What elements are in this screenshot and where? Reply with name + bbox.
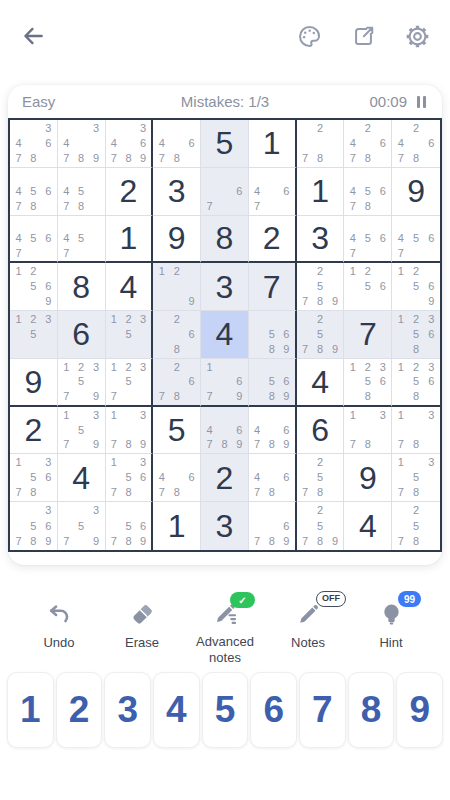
erase-button[interactable]: Erase <box>101 588 183 666</box>
cell-value: 9 <box>407 175 425 207</box>
cell-r7c8[interactable]: 1378 <box>344 407 392 455</box>
cell-r4c8[interactable]: 1256 <box>344 263 392 311</box>
cell-r1c7[interactable]: 278 <box>297 120 345 168</box>
cell-r8c5[interactable]: 2 <box>201 454 249 502</box>
eraser-icon <box>129 601 156 628</box>
pencil-notes: 45678 <box>345 169 390 214</box>
back-button[interactable] <box>16 19 50 53</box>
hint-label: Hint <box>379 635 402 651</box>
pencil-notes: 3579 <box>59 503 104 549</box>
pencil-notes: 4567 <box>393 217 439 261</box>
cell-r2c5[interactable]: 67 <box>201 168 249 216</box>
pencil-notes: 46789 <box>250 408 294 453</box>
pencil-notes: 4678 <box>250 455 294 500</box>
cell-r3c6[interactable]: 2 <box>249 216 297 264</box>
cell-r8c8[interactable]: 9 <box>344 454 392 502</box>
cell-value: 7 <box>263 271 281 303</box>
cell-r6c3[interactable]: 12357 <box>106 359 154 407</box>
pencil-notes: 1378 <box>393 408 439 453</box>
pencil-notes: 4578 <box>59 169 104 214</box>
pencil-notes: 12357 <box>107 360 151 404</box>
cell-r8c3[interactable]: 135678 <box>106 454 154 502</box>
share-button[interactable] <box>346 19 380 53</box>
cell-r4c1[interactable]: 12569 <box>10 263 58 311</box>
cell-value: 8 <box>72 271 90 303</box>
cell-r9c9[interactable]: 2578 <box>392 502 440 550</box>
pause-button[interactable] <box>415 94 428 110</box>
cell-r5c6[interactable]: 5689 <box>249 311 297 359</box>
cell-r1c1[interactable]: 34678 <box>10 120 58 168</box>
cell-value: 9 <box>24 366 42 398</box>
pencil-notes: 34789 <box>59 121 104 166</box>
cell-r9c5[interactable]: 3 <box>201 502 249 550</box>
pencil-notes: 123568 <box>345 360 390 404</box>
cell-r6c9[interactable]: 123568 <box>392 359 440 407</box>
pencil-notes: 5689 <box>250 360 294 404</box>
advanced-notes-button[interactable]: ✓ Advanced notes <box>184 588 266 666</box>
pencil-notes: 1235 <box>107 312 151 357</box>
pencil-notes: 24678 <box>393 121 439 166</box>
pencil-notes: 135678 <box>107 455 151 500</box>
cell-value: 2 <box>263 222 281 254</box>
toolbar: Undo Erase ✓ Advanced notes <box>0 588 450 666</box>
cell-value: 8 <box>216 222 234 254</box>
cell-r8c7[interactable]: 2578 <box>297 454 345 502</box>
pencil-notes: 1235 <box>11 312 56 357</box>
notes-button[interactable]: OFF Notes <box>267 588 349 666</box>
cell-value: 6 <box>311 414 329 446</box>
cell-r5c9[interactable]: 123568 <box>392 311 440 359</box>
cell-r7c1[interactable]: 2 <box>10 407 58 455</box>
cell-r6c4[interactable]: 2678 <box>153 359 201 407</box>
cell-r2c3[interactable]: 2 <box>106 168 154 216</box>
cell-value: 1 <box>263 127 281 159</box>
pencil-notes: 12569 <box>11 264 56 309</box>
cell-r7c3[interactable]: 13789 <box>106 407 154 455</box>
cell-r9c2[interactable]: 3579 <box>58 502 106 550</box>
pencil-notes: 45678 <box>11 169 56 214</box>
cell-r6c2[interactable]: 123579 <box>58 359 106 407</box>
cell-r5c8[interactable]: 7 <box>344 311 392 359</box>
undo-button[interactable]: Undo <box>18 588 100 666</box>
pencil-notes: 123568 <box>393 360 439 404</box>
cell-value: 3 <box>168 175 186 207</box>
cell-r8c1[interactable]: 135678 <box>10 454 58 502</box>
pencil-notes: 457 <box>59 217 104 261</box>
timer-label: 00:09 <box>369 93 407 110</box>
pencil-notes: 123579 <box>59 360 104 404</box>
cell-r4c3[interactable]: 4 <box>106 263 154 311</box>
cell-value: 5 <box>168 414 186 446</box>
notes-off-badge: OFF <box>316 591 346 607</box>
numpad-3[interactable]: 3 <box>104 672 151 748</box>
cell-r6c7[interactable]: 4 <box>297 359 345 407</box>
settings-button[interactable] <box>400 19 434 53</box>
cell-value: 4 <box>311 366 329 398</box>
cell-value: 5 <box>216 127 234 159</box>
cell-r3c3[interactable]: 1 <box>106 216 154 264</box>
cell-r6c8[interactable]: 123568 <box>344 359 392 407</box>
cell-r7c2[interactable]: 13579 <box>58 407 106 455</box>
cell-r1c3[interactable]: 346789 <box>106 120 154 168</box>
cell-r4c5[interactable]: 3 <box>201 263 249 311</box>
cell-r4c2[interactable]: 8 <box>58 263 106 311</box>
cell-r5c1[interactable]: 1235 <box>10 311 58 359</box>
cell-value: 7 <box>359 318 377 350</box>
cell-r8c4[interactable]: 4678 <box>153 454 201 502</box>
pencil-notes: 467 <box>250 169 294 214</box>
cell-value: 1 <box>168 510 186 542</box>
numpad-2[interactable]: 2 <box>56 672 103 748</box>
cell-r8c2[interactable]: 4 <box>58 454 106 502</box>
cell-r6c5[interactable]: 1679 <box>201 359 249 407</box>
number-pad: 123456789 <box>0 672 450 748</box>
sudoku-grid: 3467834789346789467851278246782467845678… <box>8 118 442 552</box>
share-icon <box>350 23 377 50</box>
palette-icon <box>296 23 323 50</box>
cell-r1c2[interactable]: 34789 <box>58 120 106 168</box>
numpad-5[interactable]: 5 <box>202 672 249 748</box>
cell-r2c4[interactable]: 3 <box>153 168 201 216</box>
cell-r9c7[interactable]: 25789 <box>297 502 345 550</box>
pencil-notes: 2578 <box>298 455 343 500</box>
pencil-notes: 135678 <box>11 455 56 500</box>
cell-value: 4 <box>72 462 90 494</box>
pencil-notes: 278 <box>298 121 343 166</box>
pencil-notes: 4567 <box>11 217 56 261</box>
cell-r1c4[interactable]: 4678 <box>153 120 201 168</box>
cell-r9c8[interactable]: 4 <box>344 502 392 550</box>
pencil-notes: 129 <box>154 264 199 309</box>
back-arrow-icon <box>20 23 46 49</box>
pencil-notes: 12569 <box>393 264 439 309</box>
undo-label: Undo <box>43 635 74 651</box>
cell-r9c4[interactable]: 1 <box>153 502 201 550</box>
cell-value: 3 <box>311 222 329 254</box>
cell-value: 2 <box>24 414 42 446</box>
numpad-1[interactable]: 1 <box>7 672 54 748</box>
cell-r8c6[interactable]: 4678 <box>249 454 297 502</box>
pencil-notes: 4678 <box>154 121 199 166</box>
pencil-notes: 13579 <box>59 408 104 453</box>
cell-r3c9[interactable]: 4567 <box>392 216 440 264</box>
cell-r7c5[interactable]: 46789 <box>201 407 249 455</box>
advanced-notes-on-badge: ✓ <box>230 592 255 608</box>
pencil-notes: 25789 <box>298 312 343 357</box>
cell-value: 9 <box>168 222 186 254</box>
cell-r6c1[interactable]: 9 <box>10 359 58 407</box>
cell-value: 1 <box>120 222 138 254</box>
cell-r4c9[interactable]: 12569 <box>392 263 440 311</box>
hint-button[interactable]: 99 Hint <box>350 588 432 666</box>
pencil-notes: 46789 <box>202 408 247 453</box>
cell-r5c5[interactable]: 4 <box>201 311 249 359</box>
pencil-notes: 13578 <box>393 455 439 500</box>
numpad-8[interactable]: 8 <box>348 672 395 748</box>
cell-r8c9[interactable]: 13578 <box>392 454 440 502</box>
cell-value: 2 <box>120 175 138 207</box>
pencil-notes: 1679 <box>202 360 247 404</box>
pencil-notes: 56789 <box>107 503 151 549</box>
status-bar: Easy Mistakes: 1/3 00:09 <box>8 85 442 118</box>
pencil-notes: 1256 <box>345 264 390 309</box>
cell-r4c4[interactable]: 129 <box>153 263 201 311</box>
cell-r1c5[interactable]: 5 <box>201 120 249 168</box>
cell-r9c1[interactable]: 356789 <box>10 502 58 550</box>
undo-icon <box>46 601 73 628</box>
cell-r2c1[interactable]: 45678 <box>10 168 58 216</box>
numpad-9[interactable]: 9 <box>396 672 443 748</box>
cell-r5c4[interactable]: 268 <box>153 311 201 359</box>
cell-r5c2[interactable]: 6 <box>58 311 106 359</box>
numpad-7[interactable]: 7 <box>299 672 346 748</box>
cell-r2c9[interactable]: 9 <box>392 168 440 216</box>
cell-value: 4 <box>216 318 234 350</box>
cell-value: 4 <box>359 510 377 542</box>
cell-r3c5[interactable]: 8 <box>201 216 249 264</box>
cell-r7c4[interactable]: 5 <box>153 407 201 455</box>
cell-r4c6[interactable]: 7 <box>249 263 297 311</box>
cell-r1c8[interactable]: 24678 <box>344 120 392 168</box>
cell-value: 3 <box>216 271 234 303</box>
cell-r1c6[interactable]: 1 <box>249 120 297 168</box>
hint-count-badge: 99 <box>398 591 421 607</box>
pencil-notes: 2578 <box>393 503 439 549</box>
cell-r3c1[interactable]: 4567 <box>10 216 58 264</box>
cell-r3c8[interactable]: 4567 <box>344 216 392 264</box>
board-card: Easy Mistakes: 1/3 00:09 346783478934678… <box>8 85 442 565</box>
pencil-notes: 4678 <box>154 455 199 500</box>
cell-value: 4 <box>120 271 138 303</box>
pencil-notes: 356789 <box>11 503 56 549</box>
cell-value: 6 <box>72 318 90 350</box>
cell-r2c2[interactable]: 4578 <box>58 168 106 216</box>
cell-r2c7[interactable]: 1 <box>297 168 345 216</box>
numpad-6[interactable]: 6 <box>250 672 297 748</box>
cell-r7c9[interactable]: 1378 <box>392 407 440 455</box>
mistakes-label: Mistakes: 1/3 <box>142 93 308 110</box>
numpad-4[interactable]: 4 <box>153 672 200 748</box>
cell-value: 9 <box>359 462 377 494</box>
cell-r7c6[interactable]: 46789 <box>249 407 297 455</box>
pencil-notes: 346789 <box>107 121 151 166</box>
top-bar <box>0 0 450 72</box>
cell-r4c7[interactable]: 25789 <box>297 263 345 311</box>
pencil-notes: 34678 <box>11 121 56 166</box>
cell-r5c3[interactable]: 1235 <box>106 311 154 359</box>
cell-r3c4[interactable]: 9 <box>153 216 201 264</box>
pencil-notes: 268 <box>154 312 199 357</box>
cell-r2c6[interactable]: 467 <box>249 168 297 216</box>
difficulty-label: Easy <box>22 93 142 110</box>
cell-value: 1 <box>311 175 329 207</box>
cell-r3c2[interactable]: 457 <box>58 216 106 264</box>
cell-value: 2 <box>216 462 234 494</box>
pencil-notes: 2678 <box>154 360 199 404</box>
pencil-notes: 6789 <box>250 503 294 549</box>
notes-label: Notes <box>291 635 325 651</box>
pencil-notes: 1378 <box>345 408 390 453</box>
cell-r9c3[interactable]: 56789 <box>106 502 154 550</box>
pencil-notes: 5689 <box>250 312 294 357</box>
pencil-notes: 24678 <box>345 121 390 166</box>
cell-r3c7[interactable]: 3 <box>297 216 345 264</box>
cell-r9c6[interactable]: 6789 <box>249 502 297 550</box>
pencil-notes: 25789 <box>298 503 343 549</box>
cell-r2c8[interactable]: 45678 <box>344 168 392 216</box>
pencil-notes: 25789 <box>298 264 343 309</box>
pencil-notes: 4567 <box>345 217 390 261</box>
pencil-notes: 67 <box>202 169 247 214</box>
advanced-notes-label: Advanced notes <box>184 634 266 667</box>
pencil-notes: 13789 <box>107 408 151 453</box>
gear-icon <box>404 23 431 50</box>
cell-r7c7[interactable]: 6 <box>297 407 345 455</box>
cell-value: 3 <box>216 510 234 542</box>
cell-r1c9[interactable]: 24678 <box>392 120 440 168</box>
pencil-notes: 123568 <box>393 312 439 357</box>
cell-r5c7[interactable]: 25789 <box>297 311 345 359</box>
theme-palette-button[interactable] <box>292 19 326 53</box>
cell-r6c6[interactable]: 5689 <box>249 359 297 407</box>
erase-label: Erase <box>125 635 159 651</box>
